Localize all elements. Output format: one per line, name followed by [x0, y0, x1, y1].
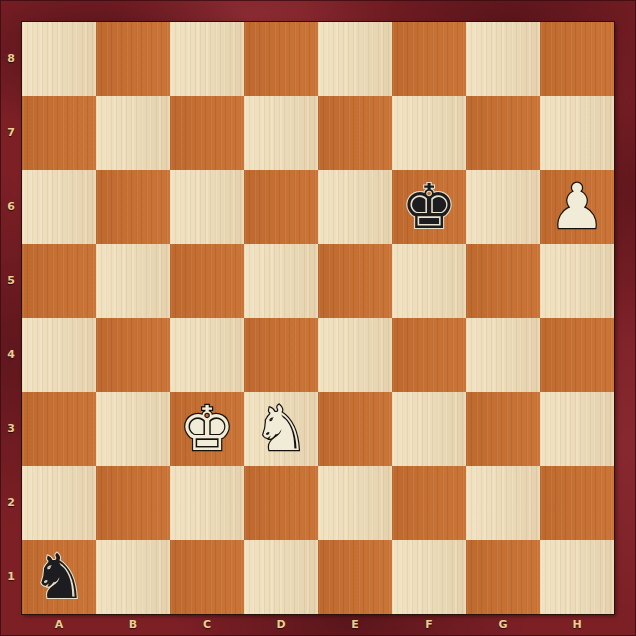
- file-label-d: D: [244, 614, 318, 636]
- square-c6[interactable]: [170, 170, 244, 244]
- square-g1[interactable]: [466, 540, 540, 614]
- square-a6[interactable]: [22, 170, 96, 244]
- square-c4[interactable]: [170, 318, 244, 392]
- white-pawn-h6[interactable]: ♟: [549, 170, 605, 244]
- square-b2[interactable]: [96, 466, 170, 540]
- square-b4[interactable]: [96, 318, 170, 392]
- square-c8[interactable]: [170, 22, 244, 96]
- square-b3[interactable]: [96, 392, 170, 466]
- square-a1[interactable]: ♞: [22, 540, 96, 614]
- square-f1[interactable]: [392, 540, 466, 614]
- square-h4[interactable]: [540, 318, 614, 392]
- square-e1[interactable]: [318, 540, 392, 614]
- rank-label-7: 7: [0, 96, 22, 170]
- square-g8[interactable]: [466, 22, 540, 96]
- square-h7[interactable]: [540, 96, 614, 170]
- square-d2[interactable]: [244, 466, 318, 540]
- square-e2[interactable]: [318, 466, 392, 540]
- rank-label-5: 5: [0, 244, 22, 318]
- square-e4[interactable]: [318, 318, 392, 392]
- square-d1[interactable]: [244, 540, 318, 614]
- square-a2[interactable]: [22, 466, 96, 540]
- square-e5[interactable]: [318, 244, 392, 318]
- square-f8[interactable]: [392, 22, 466, 96]
- black-knight-a1[interactable]: ♞: [31, 540, 87, 614]
- square-a4[interactable]: [22, 318, 96, 392]
- square-c7[interactable]: [170, 96, 244, 170]
- square-a3[interactable]: [22, 392, 96, 466]
- square-e6[interactable]: [318, 170, 392, 244]
- square-a8[interactable]: [22, 22, 96, 96]
- square-h8[interactable]: [540, 22, 614, 96]
- file-label-g: G: [466, 614, 540, 636]
- square-d6[interactable]: [244, 170, 318, 244]
- square-b5[interactable]: [96, 244, 170, 318]
- square-g4[interactable]: [466, 318, 540, 392]
- file-label-a: A: [22, 614, 96, 636]
- rank-label-8: 8: [0, 22, 22, 96]
- square-a7[interactable]: [22, 96, 96, 170]
- square-h3[interactable]: [540, 392, 614, 466]
- square-g6[interactable]: [466, 170, 540, 244]
- file-label-h: H: [540, 614, 614, 636]
- square-b8[interactable]: [96, 22, 170, 96]
- white-knight-d3[interactable]: ♞: [253, 392, 309, 466]
- square-f5[interactable]: [392, 244, 466, 318]
- square-f6[interactable]: ♚: [392, 170, 466, 244]
- black-king-f6[interactable]: ♚: [401, 170, 457, 244]
- square-b1[interactable]: [96, 540, 170, 614]
- square-d4[interactable]: [244, 318, 318, 392]
- square-c3[interactable]: ♚: [170, 392, 244, 466]
- square-c2[interactable]: [170, 466, 244, 540]
- file-label-c: C: [170, 614, 244, 636]
- square-f2[interactable]: [392, 466, 466, 540]
- square-h2[interactable]: [540, 466, 614, 540]
- square-b6[interactable]: [96, 170, 170, 244]
- square-g3[interactable]: [466, 392, 540, 466]
- square-h1[interactable]: [540, 540, 614, 614]
- file-label-e: E: [318, 614, 392, 636]
- square-a5[interactable]: [22, 244, 96, 318]
- square-c1[interactable]: [170, 540, 244, 614]
- square-c5[interactable]: [170, 244, 244, 318]
- square-d3[interactable]: ♞: [244, 392, 318, 466]
- file-label-b: B: [96, 614, 170, 636]
- square-g5[interactable]: [466, 244, 540, 318]
- square-d5[interactable]: [244, 244, 318, 318]
- square-d7[interactable]: [244, 96, 318, 170]
- board: ♚♟♚♞♞: [22, 22, 614, 614]
- square-h6[interactable]: ♟: [540, 170, 614, 244]
- rank-label-4: 4: [0, 318, 22, 392]
- square-f4[interactable]: [392, 318, 466, 392]
- rank-label-2: 2: [0, 466, 22, 540]
- file-label-f: F: [392, 614, 466, 636]
- square-f3[interactable]: [392, 392, 466, 466]
- square-g2[interactable]: [466, 466, 540, 540]
- rank-label-3: 3: [0, 392, 22, 466]
- square-d8[interactable]: [244, 22, 318, 96]
- square-g7[interactable]: [466, 96, 540, 170]
- square-f7[interactable]: [392, 96, 466, 170]
- square-e3[interactable]: [318, 392, 392, 466]
- square-e8[interactable]: [318, 22, 392, 96]
- rank-label-6: 6: [0, 170, 22, 244]
- square-h5[interactable]: [540, 244, 614, 318]
- white-king-c3[interactable]: ♚: [179, 392, 235, 466]
- board-frame: ♚♟♚♞♞ 87654321 ABCDEFGH: [0, 0, 636, 636]
- square-b7[interactable]: [96, 96, 170, 170]
- square-e7[interactable]: [318, 96, 392, 170]
- rank-label-1: 1: [0, 540, 22, 614]
